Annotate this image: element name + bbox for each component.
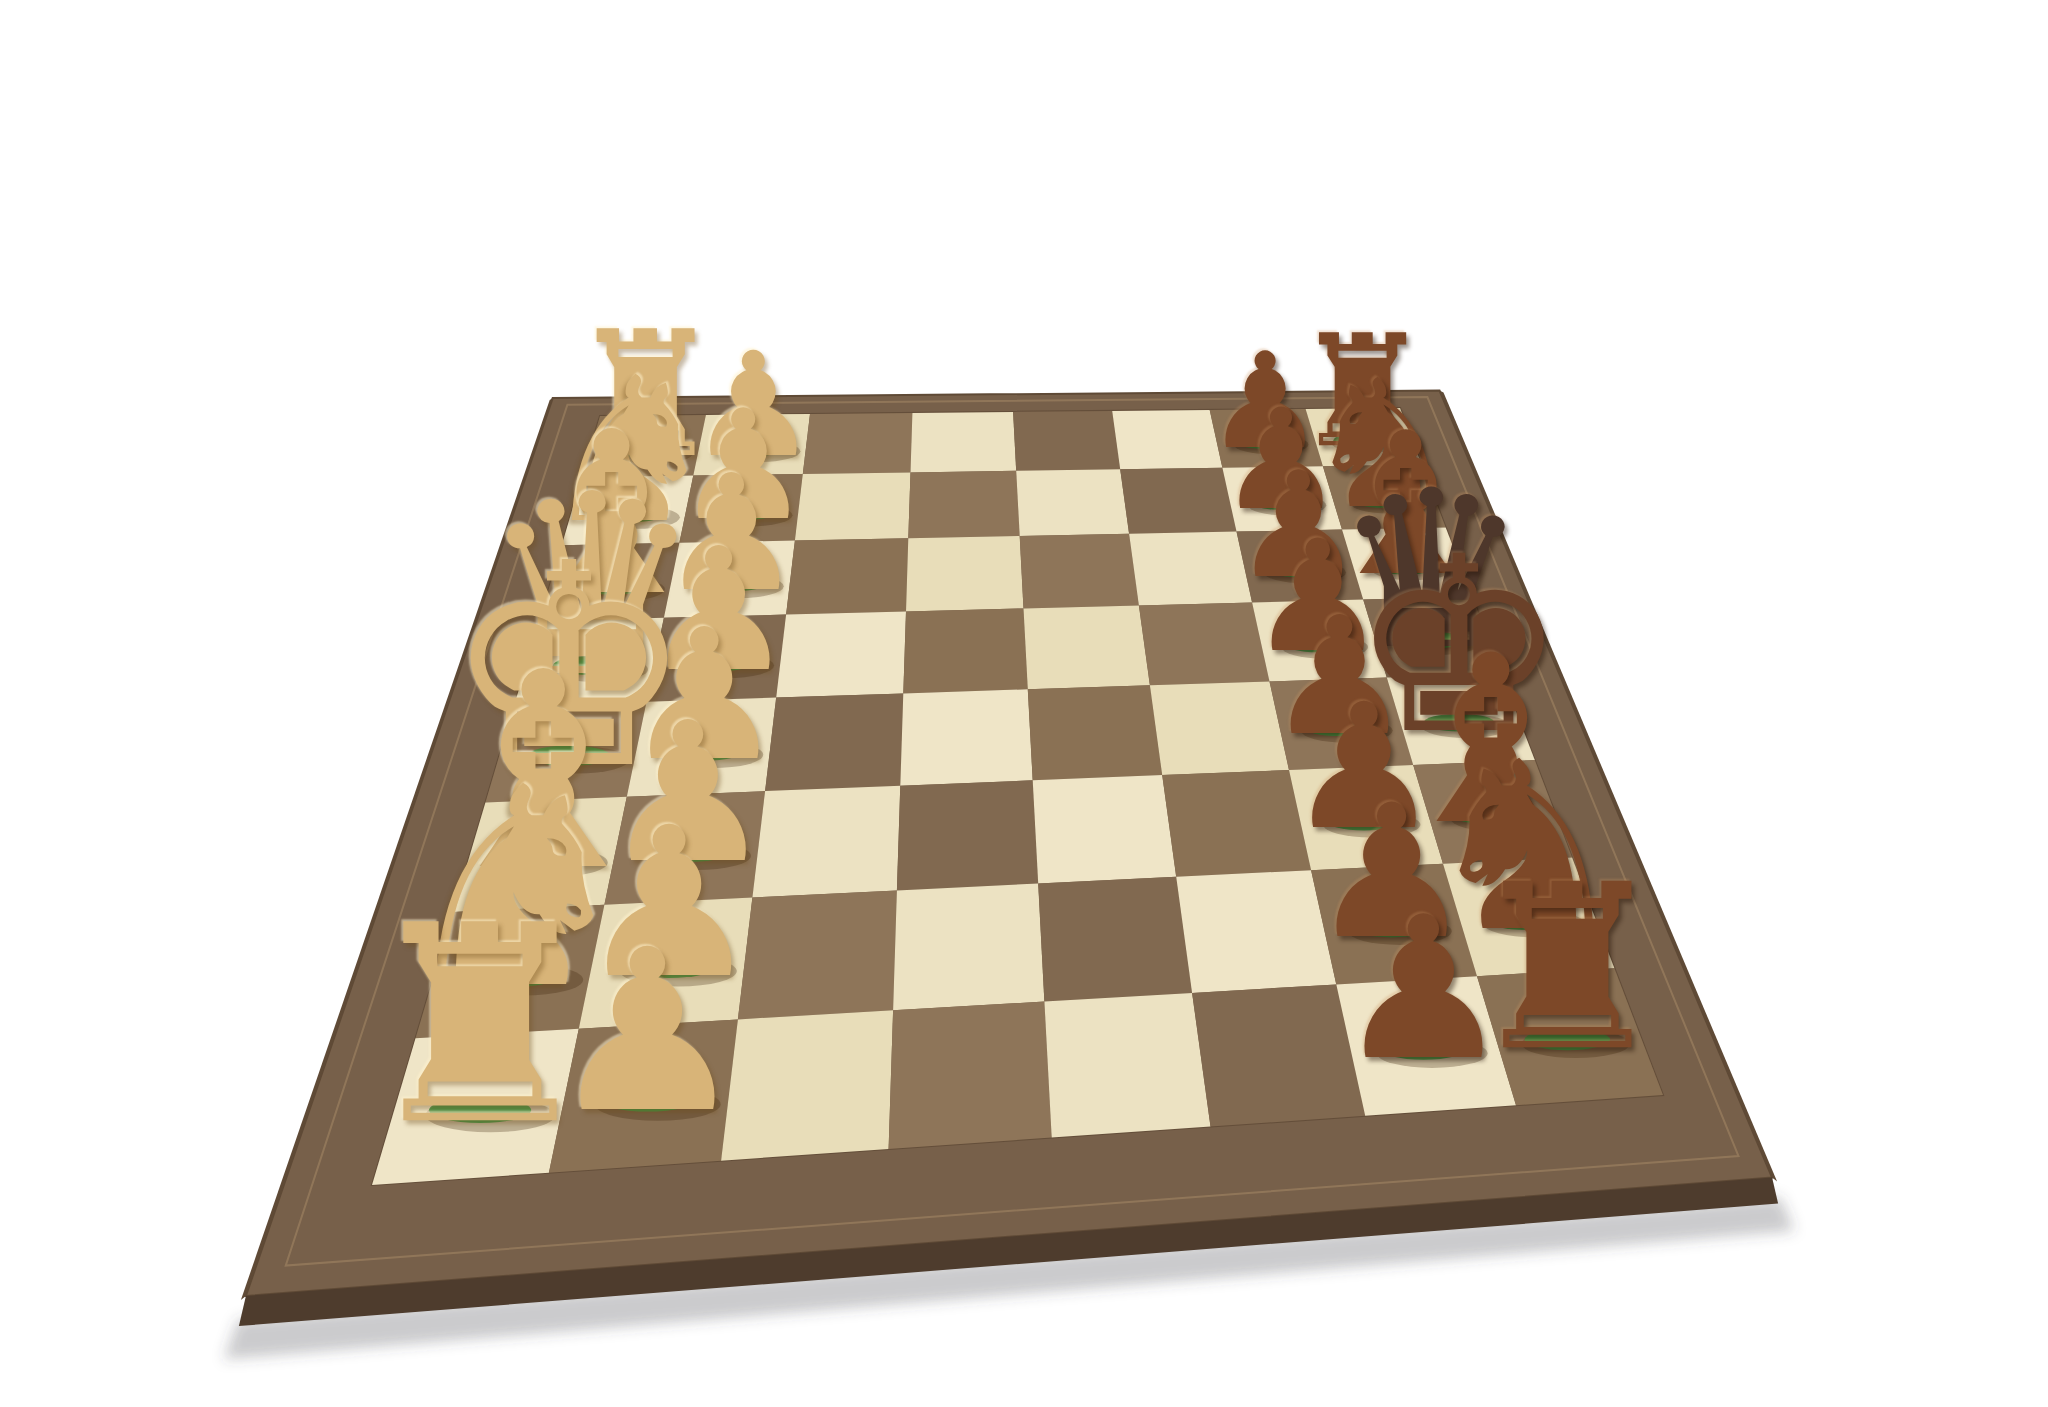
square-d4 (903, 608, 1028, 693)
felt-base-g2 (623, 955, 715, 978)
square-h4 (889, 1002, 1052, 1150)
square-f3 (752, 786, 900, 898)
square-a4 (911, 412, 1017, 473)
felt-base-b8 (1353, 493, 1414, 508)
square-e4 (900, 689, 1032, 785)
felt-base-g7 (1351, 917, 1433, 937)
felt-base-g8 (1486, 910, 1566, 930)
felt-base-b1 (595, 505, 664, 522)
felt-base-a7 (1236, 434, 1295, 449)
felt-base-h1 (429, 1097, 531, 1123)
square-e3 (765, 693, 903, 791)
square-g3 (738, 890, 897, 1019)
felt-base-f8 (1453, 806, 1528, 825)
square-d3 (776, 611, 906, 697)
felt-base-h2 (598, 1087, 697, 1112)
square-d5 (1024, 605, 1150, 689)
felt-base-d1 (553, 656, 630, 675)
square-b4 (908, 471, 1019, 538)
square-h5 (1044, 993, 1210, 1138)
square-h6 (1192, 984, 1365, 1126)
felt-base-h7 (1380, 1038, 1468, 1060)
square-f4 (897, 780, 1038, 890)
square-c3 (786, 538, 908, 614)
felt-base-e7 (1303, 718, 1375, 736)
square-b3 (795, 472, 911, 540)
square-g5 (1038, 877, 1192, 1002)
square-g6 (1176, 870, 1336, 993)
square-c6 (1129, 532, 1252, 606)
felt-base-c8 (1374, 559, 1438, 575)
felt-base-e1 (528, 745, 610, 766)
square-a6 (1112, 410, 1222, 469)
felt-base-c2 (696, 574, 767, 592)
felt-base-f7 (1326, 811, 1403, 830)
felt-base-g1 (467, 963, 561, 987)
chess-board (0, 0, 2048, 1407)
square-e5 (1028, 685, 1162, 780)
felt-base-e8 (1424, 714, 1495, 732)
felt-base-a8 (1334, 433, 1392, 447)
chess-set-photo: ♜♟♟♜♞♟♟♞♝♟♟♝♛♟♟♛♚♟♟♚♝♟♟♝♞♟♟♞♜♟♟♜ (0, 0, 2048, 1407)
felt-base-b7 (1250, 494, 1312, 509)
felt-base-d8 (1397, 632, 1464, 649)
felt-base-e2 (664, 741, 744, 761)
square-h3 (721, 1010, 893, 1160)
felt-base-a2 (721, 440, 785, 456)
felt-base-b2 (709, 503, 776, 520)
felt-base-d7 (1284, 635, 1352, 652)
square-d6 (1139, 602, 1270, 685)
square-f5 (1033, 775, 1177, 883)
square-g4 (893, 884, 1044, 1011)
felt-base-c1 (575, 576, 648, 594)
felt-base-d2 (681, 652, 757, 671)
square-c4 (906, 536, 1024, 611)
square-e6 (1150, 681, 1289, 775)
square-f6 (1162, 770, 1311, 877)
felt-base-f1 (499, 847, 587, 869)
square-a3 (803, 413, 913, 474)
felt-base-a1 (613, 441, 678, 457)
square-c5 (1020, 534, 1139, 609)
square-a5 (1013, 411, 1120, 471)
square-b5 (1016, 469, 1129, 536)
felt-base-c7 (1266, 561, 1331, 577)
felt-base-f2 (645, 841, 731, 862)
square-b6 (1120, 468, 1236, 534)
felt-base-h8 (1525, 1029, 1610, 1050)
